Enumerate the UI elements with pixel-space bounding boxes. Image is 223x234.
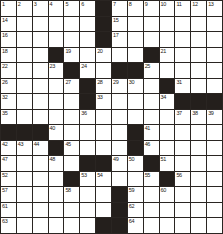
clue-number: 8: [129, 1, 132, 7]
clue-number: 37: [176, 110, 181, 116]
cell-r1c11[interactable]: 10: [160, 1, 175, 16]
cell-r12c13[interactable]: [191, 172, 206, 187]
cell-r14c1[interactable]: 61: [1, 203, 16, 218]
clue-number: 44: [34, 141, 39, 147]
cell-r4c6[interactable]: [80, 48, 95, 63]
cell-r3c6[interactable]: [80, 32, 95, 47]
clue-number: 46: [145, 141, 150, 147]
clue-number: 38: [192, 110, 197, 116]
clue-number: 9: [145, 1, 148, 7]
cell-r15c13[interactable]: [191, 218, 206, 233]
clue-number: 1: [2, 1, 5, 7]
clue-number: 51: [161, 156, 166, 162]
cell-r12c3[interactable]: [33, 172, 48, 187]
cell-r5c7[interactable]: [96, 63, 111, 78]
cell-r1c12[interactable]: 11: [175, 1, 190, 16]
cell-r14c7[interactable]: [96, 203, 111, 218]
cell-r8c5[interactable]: [64, 110, 79, 125]
cell-r7c9[interactable]: [128, 94, 143, 109]
cell-r6c12[interactable]: 31: [175, 79, 190, 94]
cell-r3c11[interactable]: [160, 32, 175, 47]
cell-r3c2[interactable]: [17, 32, 32, 47]
cell-r3c14[interactable]: [207, 32, 222, 47]
black-cell-r5c5: [64, 63, 79, 78]
cell-r12c9[interactable]: [128, 172, 143, 187]
black-cell-r15c7: [96, 218, 111, 233]
cell-r4c8[interactable]: [112, 48, 127, 63]
cell-r6c1[interactable]: 26: [1, 79, 16, 94]
clue-number: 43: [18, 141, 23, 147]
cell-r1c2[interactable]: 2: [17, 1, 32, 16]
cell-r13c5[interactable]: 58: [64, 187, 79, 202]
cell-r1c14[interactable]: 13: [207, 1, 222, 16]
clue-number: 57: [2, 187, 7, 193]
cell-r10c8[interactable]: [112, 141, 127, 156]
cell-r10c7[interactable]: [96, 141, 111, 156]
cell-r13c6[interactable]: [80, 187, 95, 202]
cell-r12c7[interactable]: 54: [96, 172, 111, 187]
cell-r15c1[interactable]: 63: [1, 218, 16, 233]
clue-number: 23: [50, 63, 55, 69]
cell-r2c2[interactable]: [17, 17, 32, 32]
cell-r10c6[interactable]: [80, 141, 95, 156]
black-cell-r4c10: [144, 48, 159, 63]
cell-r9c5[interactable]: [64, 125, 79, 140]
cell-r15c10[interactable]: [144, 218, 159, 233]
cell-r8c8[interactable]: [112, 110, 127, 125]
cell-r4c5[interactable]: 19: [64, 48, 79, 63]
clue-number: 52: [2, 172, 7, 178]
cell-r2c11[interactable]: [160, 17, 175, 32]
cell-r9c8[interactable]: [112, 125, 127, 140]
cell-r10c1[interactable]: 42: [1, 141, 16, 156]
cell-r7c4[interactable]: [49, 94, 64, 109]
crossword-puzzle: 1234567891011121314151617181920212223242…: [0, 0, 223, 234]
cell-r11c8[interactable]: 49: [112, 156, 127, 171]
cell-r12c10[interactable]: 55: [144, 172, 159, 187]
clue-number: 6: [81, 1, 84, 7]
cell-r11c2[interactable]: [17, 156, 32, 171]
clue-number: 61: [2, 203, 7, 209]
black-cell-r9c1: [1, 125, 16, 140]
cell-r4c11[interactable]: 21: [160, 48, 175, 63]
black-cell-r1c7: [96, 1, 111, 16]
clue-number: 2: [18, 1, 21, 7]
cell-r5c1[interactable]: 22: [1, 63, 16, 78]
cell-r11c12[interactable]: [175, 156, 190, 171]
cell-r4c3[interactable]: [33, 48, 48, 63]
cell-r7c3[interactable]: [33, 94, 48, 109]
cell-r3c10[interactable]: [144, 32, 159, 47]
cell-r8c14[interactable]: 39: [207, 110, 222, 125]
cell-r3c13[interactable]: [191, 32, 206, 47]
clue-number: 4: [50, 1, 53, 7]
clue-number: 25: [145, 63, 150, 69]
cell-r1c10[interactable]: 9: [144, 1, 159, 16]
clue-number: 56: [176, 172, 181, 178]
cell-r13c7[interactable]: [96, 187, 111, 202]
clue-number: 29: [113, 79, 118, 85]
cell-r15c5[interactable]: [64, 218, 79, 233]
cell-r11c11[interactable]: 51: [160, 156, 175, 171]
black-cell-r7c13: [191, 94, 206, 109]
cell-r5c11[interactable]: [160, 63, 175, 78]
cell-r11c13[interactable]: [191, 156, 206, 171]
cell-r15c9[interactable]: 64: [128, 218, 143, 233]
cell-r15c12[interactable]: [175, 218, 190, 233]
cell-r7c10[interactable]: [144, 94, 159, 109]
cell-r4c9[interactable]: [128, 48, 143, 63]
cell-r5c13[interactable]: [191, 63, 206, 78]
cell-r15c14[interactable]: [207, 218, 222, 233]
cell-r2c9[interactable]: [128, 17, 143, 32]
clue-number: 45: [65, 141, 70, 147]
clue-number: 21: [161, 48, 166, 54]
clue-number: 35: [2, 110, 7, 116]
cell-r7c7[interactable]: 33: [96, 94, 111, 109]
cell-r14c5[interactable]: [64, 203, 79, 218]
clue-number: 53: [81, 172, 86, 178]
cell-r6c13[interactable]: [191, 79, 206, 94]
cell-r14c13[interactable]: [191, 203, 206, 218]
black-cell-r15c8: [112, 218, 127, 233]
cell-r5c4[interactable]: 23: [49, 63, 64, 78]
clue-number: 13: [208, 1, 213, 7]
black-cell-r5c9: [128, 63, 143, 78]
cell-r10c14[interactable]: [207, 141, 222, 156]
cell-r10c10[interactable]: 46: [144, 141, 159, 156]
crossword-grid: 1234567891011121314151617181920212223242…: [0, 0, 223, 234]
cell-r2c13[interactable]: [191, 17, 206, 32]
cell-r14c4[interactable]: [49, 203, 64, 218]
cell-r13c3[interactable]: [33, 187, 48, 202]
cell-r8c12[interactable]: 37: [175, 110, 190, 125]
black-cell-r9c2: [17, 125, 32, 140]
clue-number: 17: [113, 32, 118, 38]
black-cell-r7c14: [207, 94, 222, 109]
clue-number: 5: [65, 1, 68, 7]
cell-r8c10[interactable]: [144, 110, 159, 125]
cell-r9c10[interactable]: 41: [144, 125, 159, 140]
cell-r6c14[interactable]: [207, 79, 222, 94]
cell-r3c12[interactable]: [175, 32, 190, 47]
cell-r15c6[interactable]: [80, 218, 95, 233]
cell-r10c3[interactable]: 44: [33, 141, 48, 156]
cell-r11c3[interactable]: [33, 156, 48, 171]
cell-r11c4[interactable]: 48: [49, 156, 64, 171]
cell-r4c7[interactable]: 20: [96, 48, 111, 63]
cell-r4c14[interactable]: [207, 48, 222, 63]
cell-r6c10[interactable]: [144, 79, 159, 94]
clue-number: 54: [97, 172, 102, 178]
cell-r14c10[interactable]: [144, 203, 159, 218]
cell-r15c2[interactable]: [17, 218, 32, 233]
cell-r3c3[interactable]: [33, 32, 48, 47]
black-cell-r10c4: [49, 141, 64, 156]
cell-r12c6[interactable]: 53: [80, 172, 95, 187]
black-cell-r13c8: [112, 187, 127, 202]
clue-number: 24: [81, 63, 86, 69]
clue-number: 48: [50, 156, 55, 162]
cell-r1c9[interactable]: 8: [128, 1, 143, 16]
clue-number: 34: [161, 94, 166, 100]
cell-r10c2[interactable]: 43: [17, 141, 32, 156]
cell-r12c4[interactable]: [49, 172, 64, 187]
cell-r5c3[interactable]: [33, 63, 48, 78]
cell-r14c6[interactable]: [80, 203, 95, 218]
cell-r11c9[interactable]: 50: [128, 156, 143, 171]
cell-r2c12[interactable]: [175, 17, 190, 32]
cell-r10c13[interactable]: [191, 141, 206, 156]
cell-r8c2[interactable]: [17, 110, 32, 125]
clue-number: 59: [129, 187, 134, 193]
clue-number: 63: [2, 218, 7, 224]
clue-number: 14: [2, 17, 7, 23]
cell-r3c4[interactable]: [49, 32, 64, 47]
cell-r8c7[interactable]: [96, 110, 111, 125]
clue-number: 41: [145, 125, 150, 131]
cell-r8c11[interactable]: [160, 110, 175, 125]
cell-r2c1[interactable]: 14: [1, 17, 16, 32]
cell-r2c8[interactable]: 15: [112, 17, 127, 32]
cell-r5c14[interactable]: [207, 63, 222, 78]
clue-number: 15: [113, 17, 118, 23]
black-cell-r11c6: [80, 156, 95, 171]
cell-r1c13[interactable]: 12: [191, 1, 206, 16]
clue-number: 49: [113, 156, 118, 162]
cell-r12c2[interactable]: [17, 172, 32, 187]
clue-number: 18: [2, 48, 7, 54]
black-cell-r9c3: [33, 125, 48, 140]
black-cell-r12c5: [64, 172, 79, 187]
cell-r13c12[interactable]: [175, 187, 190, 202]
clue-number: 39: [208, 110, 213, 116]
black-cell-r6c6: [80, 79, 95, 94]
cell-r2c14[interactable]: [207, 17, 222, 32]
clue-number: 26: [2, 79, 7, 85]
cell-r6c4[interactable]: [49, 79, 64, 94]
cell-r11c14[interactable]: [207, 156, 222, 171]
clue-number: 32: [2, 94, 7, 100]
clue-number: 40: [50, 125, 55, 131]
cell-r3c9[interactable]: [128, 32, 143, 47]
black-cell-r11c7: [96, 156, 111, 171]
cell-r1c1[interactable]: 1: [1, 1, 16, 16]
cell-r13c11[interactable]: 60: [160, 187, 175, 202]
cell-r9c7[interactable]: [96, 125, 111, 140]
cell-r14c14[interactable]: [207, 203, 222, 218]
cell-r9c14[interactable]: [207, 125, 222, 140]
cell-r13c13[interactable]: [191, 187, 206, 202]
clue-number: 55: [145, 172, 150, 178]
cell-r10c12[interactable]: [175, 141, 190, 156]
clue-number: 28: [97, 79, 102, 85]
cell-r6c5[interactable]: 27: [64, 79, 79, 94]
black-cell-r6c11: [160, 79, 175, 94]
clue-number: 47: [2, 156, 7, 162]
clue-number: 36: [81, 110, 86, 116]
cell-r15c4[interactable]: [49, 218, 64, 233]
cell-r4c1[interactable]: 18: [1, 48, 16, 63]
cell-r7c1[interactable]: 32: [1, 94, 16, 109]
cell-r6c8[interactable]: 29: [112, 79, 127, 94]
cell-r13c14[interactable]: [207, 187, 222, 202]
cell-r13c2[interactable]: [17, 187, 32, 202]
clue-number: 22: [2, 63, 7, 69]
cell-r9c4[interactable]: 40: [49, 125, 64, 140]
cell-r2c6[interactable]: [80, 17, 95, 32]
cell-r1c6[interactable]: 6: [80, 1, 95, 16]
cell-r5c2[interactable]: [17, 63, 32, 78]
clue-number: 10: [161, 1, 166, 7]
cell-r14c3[interactable]: [33, 203, 48, 218]
cell-r8c13[interactable]: 38: [191, 110, 206, 125]
black-cell-r12c11: [160, 172, 175, 187]
cell-r3c1[interactable]: 16: [1, 32, 16, 47]
cell-r12c1[interactable]: 52: [1, 172, 16, 187]
cell-r4c13[interactable]: [191, 48, 206, 63]
black-cell-r9c9: [128, 125, 143, 140]
clue-number: 3: [34, 1, 37, 7]
cell-r5c10[interactable]: 25: [144, 63, 159, 78]
cell-r9c11[interactable]: [160, 125, 175, 140]
cell-r1c4[interactable]: 4: [49, 1, 64, 16]
clue-number: 60: [161, 187, 166, 193]
clue-number: 12: [192, 1, 197, 7]
cell-r11c1[interactable]: 47: [1, 156, 16, 171]
cell-r2c3[interactable]: [33, 17, 48, 32]
clue-number: 58: [65, 187, 70, 193]
cell-r7c11[interactable]: 34: [160, 94, 175, 109]
cell-r13c10[interactable]: [144, 187, 159, 202]
black-cell-r14c8: [112, 203, 127, 218]
cell-r2c5[interactable]: [64, 17, 79, 32]
cell-r7c2[interactable]: [17, 94, 32, 109]
cell-r4c12[interactable]: [175, 48, 190, 63]
cell-r8c6[interactable]: 36: [80, 110, 95, 125]
black-cell-r4c4: [49, 48, 64, 63]
cell-r5c12[interactable]: [175, 63, 190, 78]
cell-r13c4[interactable]: [49, 187, 64, 202]
cell-r6c2[interactable]: [17, 79, 32, 94]
cell-r11c5[interactable]: [64, 156, 79, 171]
cell-r15c11[interactable]: [160, 218, 175, 233]
black-cell-r10c9: [128, 141, 143, 156]
clue-number: 31: [176, 79, 181, 85]
clue-number: 30: [129, 79, 134, 85]
cell-r7c5[interactable]: [64, 94, 79, 109]
cell-r2c10[interactable]: [144, 17, 159, 32]
cell-r3c8[interactable]: 17: [112, 32, 127, 47]
clue-number: 11: [176, 1, 181, 7]
cell-r8c9[interactable]: [128, 110, 143, 125]
clue-number: 62: [129, 203, 134, 209]
clue-number: 27: [65, 79, 70, 85]
cell-r13c1[interactable]: 57: [1, 187, 16, 202]
clue-number: 19: [65, 48, 70, 54]
black-cell-r7c12: [175, 94, 190, 109]
cell-r14c2[interactable]: [17, 203, 32, 218]
cell-r8c4[interactable]: [49, 110, 64, 125]
clue-number: 64: [129, 218, 134, 224]
cell-r12c14[interactable]: [207, 172, 222, 187]
cell-r10c5[interactable]: 45: [64, 141, 79, 156]
cell-r6c9[interactable]: 30: [128, 79, 143, 94]
cell-r5c6[interactable]: 24: [80, 63, 95, 78]
cell-r10c11[interactable]: [160, 141, 175, 156]
cell-r14c9[interactable]: 62: [128, 203, 143, 218]
cell-r1c5[interactable]: 5: [64, 1, 79, 16]
cell-r12c8[interactable]: [112, 172, 127, 187]
black-cell-r11c10: [144, 156, 159, 171]
clue-number: 16: [2, 32, 7, 38]
cell-r9c12[interactable]: [175, 125, 190, 140]
black-cell-r3c7: [96, 32, 111, 47]
cell-r3c5[interactable]: [64, 32, 79, 47]
black-cell-r5c8: [112, 63, 127, 78]
cell-r6c3[interactable]: [33, 79, 48, 94]
cell-r6c7[interactable]: 28: [96, 79, 111, 94]
clue-number: 7: [113, 1, 116, 7]
cell-r15c3[interactable]: [33, 218, 48, 233]
black-cell-r2c7: [96, 17, 111, 32]
cell-r4c2[interactable]: [17, 48, 32, 63]
cell-r8c1[interactable]: 35: [1, 110, 16, 125]
cell-r14c11[interactable]: [160, 203, 175, 218]
cell-r8c3[interactable]: [33, 110, 48, 125]
cell-r12c12[interactable]: 56: [175, 172, 190, 187]
clue-number: 33: [97, 94, 102, 100]
cell-r1c3[interactable]: 3: [33, 1, 48, 16]
clue-number: 20: [97, 48, 102, 54]
cell-r14c12[interactable]: [175, 203, 190, 218]
cell-r9c6[interactable]: [80, 125, 95, 140]
cell-r1c8[interactable]: 7: [112, 1, 127, 16]
cell-r7c8[interactable]: [112, 94, 127, 109]
black-cell-r7c6: [80, 94, 95, 109]
clue-number: 42: [2, 141, 7, 147]
cell-r2c4[interactable]: [49, 17, 64, 32]
cell-r13c9[interactable]: 59: [128, 187, 143, 202]
clue-number: 50: [129, 156, 134, 162]
cell-r9c13[interactable]: [191, 125, 206, 140]
